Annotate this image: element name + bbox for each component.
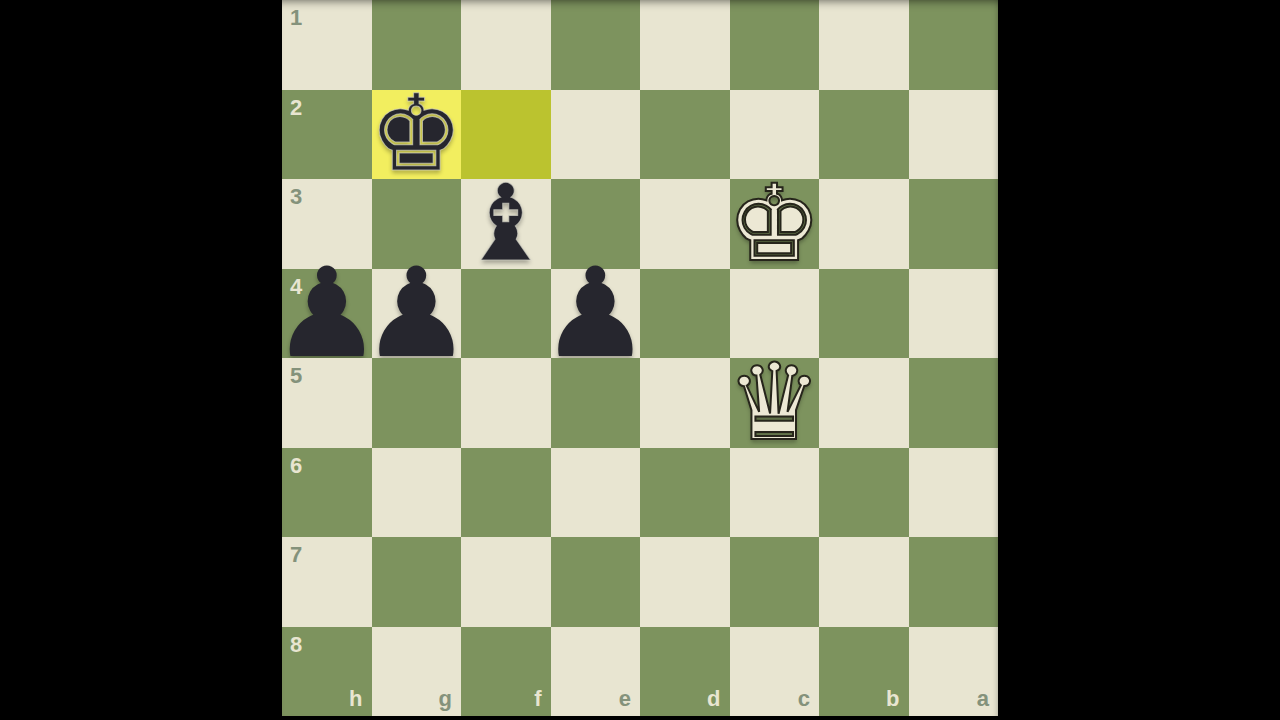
square-b3[interactable] — [819, 179, 909, 269]
square-a3[interactable] — [909, 179, 999, 269]
square-e5[interactable] — [551, 358, 641, 448]
square-d3[interactable] — [640, 179, 730, 269]
square-e6[interactable] — [551, 448, 641, 538]
square-e7[interactable] — [551, 537, 641, 627]
square-d5[interactable] — [640, 358, 730, 448]
square-h7[interactable]: 7 — [282, 537, 372, 627]
piece-black-king[interactable]: ♚ — [372, 90, 462, 180]
square-e1[interactable] — [551, 0, 641, 90]
square-d8[interactable]: d — [640, 627, 730, 717]
square-g4[interactable]: ♟ — [372, 269, 462, 359]
file-label-f: f — [534, 688, 541, 710]
square-g7[interactable] — [372, 537, 462, 627]
file-label-b: b — [886, 688, 899, 710]
square-h1[interactable]: 1 — [282, 0, 372, 90]
square-f8[interactable]: f — [461, 627, 551, 717]
square-f1[interactable] — [461, 0, 551, 90]
rank-label-2: 2 — [290, 97, 302, 119]
square-h2[interactable]: 2 — [282, 90, 372, 180]
square-c1[interactable] — [730, 0, 820, 90]
file-label-e: e — [619, 688, 631, 710]
video-frame: 12♚3♝♚4♟♟♟5♛678hgfedcba — [0, 0, 1280, 720]
square-d4[interactable] — [640, 269, 730, 359]
square-a8[interactable]: a — [909, 627, 999, 717]
square-b5[interactable] — [819, 358, 909, 448]
file-label-g: g — [439, 688, 452, 710]
file-label-c: c — [798, 688, 810, 710]
rank-label-5: 5 — [290, 365, 302, 387]
piece-black-bishop[interactable]: ♝ — [461, 179, 551, 269]
square-a2[interactable] — [909, 90, 999, 180]
square-d6[interactable] — [640, 448, 730, 538]
square-f3[interactable]: ♝ — [461, 179, 551, 269]
square-g6[interactable] — [372, 448, 462, 538]
piece-black-pawn[interactable]: ♟ — [372, 269, 462, 359]
square-c7[interactable] — [730, 537, 820, 627]
square-a1[interactable] — [909, 0, 999, 90]
square-a5[interactable] — [909, 358, 999, 448]
square-d2[interactable] — [640, 90, 730, 180]
chess-board: 12♚3♝♚4♟♟♟5♛678hgfedcba — [282, 0, 998, 716]
square-f5[interactable] — [461, 358, 551, 448]
square-a7[interactable] — [909, 537, 999, 627]
square-c3[interactable]: ♚ — [730, 179, 820, 269]
square-c6[interactable] — [730, 448, 820, 538]
square-e2[interactable] — [551, 90, 641, 180]
square-g5[interactable] — [372, 358, 462, 448]
piece-black-pawn[interactable]: ♟ — [282, 269, 372, 359]
rank-label-1: 1 — [290, 7, 302, 29]
square-c5[interactable]: ♛ — [730, 358, 820, 448]
square-b4[interactable] — [819, 269, 909, 359]
rank-label-8: 8 — [290, 634, 302, 656]
square-e8[interactable]: e — [551, 627, 641, 717]
square-a6[interactable] — [909, 448, 999, 538]
piece-white-queen[interactable]: ♛ — [730, 358, 820, 448]
square-e4[interactable]: ♟ — [551, 269, 641, 359]
square-b1[interactable] — [819, 0, 909, 90]
square-h5[interactable]: 5 — [282, 358, 372, 448]
square-c8[interactable]: c — [730, 627, 820, 717]
rank-label-6: 6 — [290, 455, 302, 477]
square-f7[interactable] — [461, 537, 551, 627]
square-f6[interactable] — [461, 448, 551, 538]
file-label-h: h — [349, 688, 362, 710]
rank-label-3: 3 — [290, 186, 302, 208]
letterbox-right — [998, 0, 1280, 720]
file-label-d: d — [707, 688, 720, 710]
square-h6[interactable]: 6 — [282, 448, 372, 538]
file-label-a: a — [977, 688, 989, 710]
square-d1[interactable] — [640, 0, 730, 90]
rank-label-7: 7 — [290, 544, 302, 566]
square-h8[interactable]: 8h — [282, 627, 372, 717]
square-g8[interactable]: g — [372, 627, 462, 717]
square-g2[interactable]: ♚ — [372, 90, 462, 180]
letterbox-left — [0, 0, 282, 720]
piece-black-pawn[interactable]: ♟ — [551, 269, 641, 359]
square-f4[interactable] — [461, 269, 551, 359]
square-a4[interactable] — [909, 269, 999, 359]
square-b7[interactable] — [819, 537, 909, 627]
square-b8[interactable]: b — [819, 627, 909, 717]
square-d7[interactable] — [640, 537, 730, 627]
piece-white-king[interactable]: ♚ — [730, 179, 820, 269]
square-b2[interactable] — [819, 90, 909, 180]
square-b6[interactable] — [819, 448, 909, 538]
square-h4[interactable]: 4♟ — [282, 269, 372, 359]
